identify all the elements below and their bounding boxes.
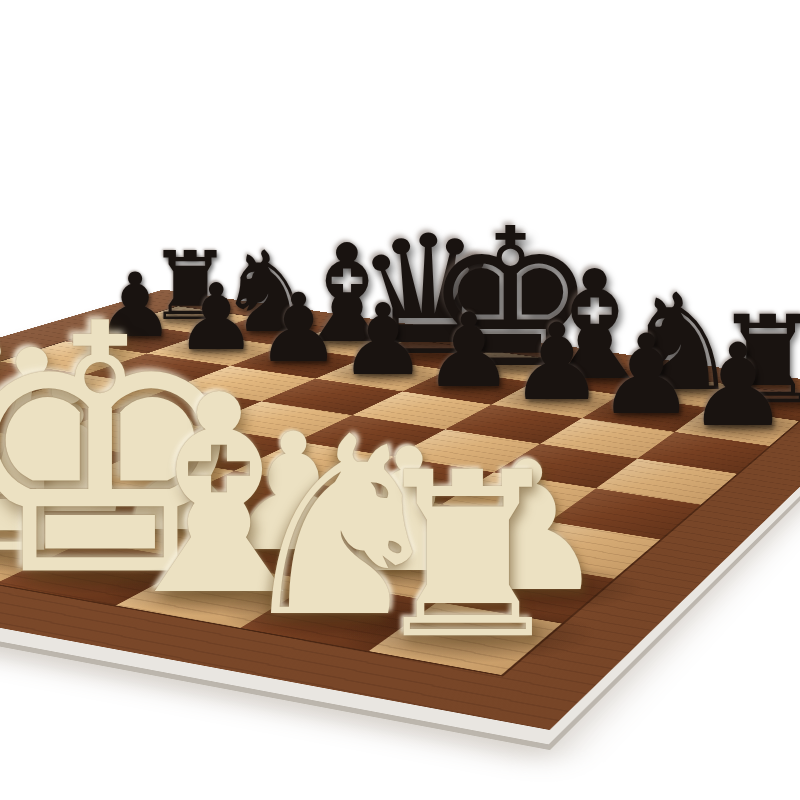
board-squares xyxy=(0,306,800,675)
chess-set-photo: ♜♞♝♛♚♝♞♜♟♟♟♟♟♟♟♟♟♟♟♟♟♟♟♟♜♞♝♛♚♝♞♜ xyxy=(0,0,800,800)
chess-board xyxy=(0,290,800,730)
